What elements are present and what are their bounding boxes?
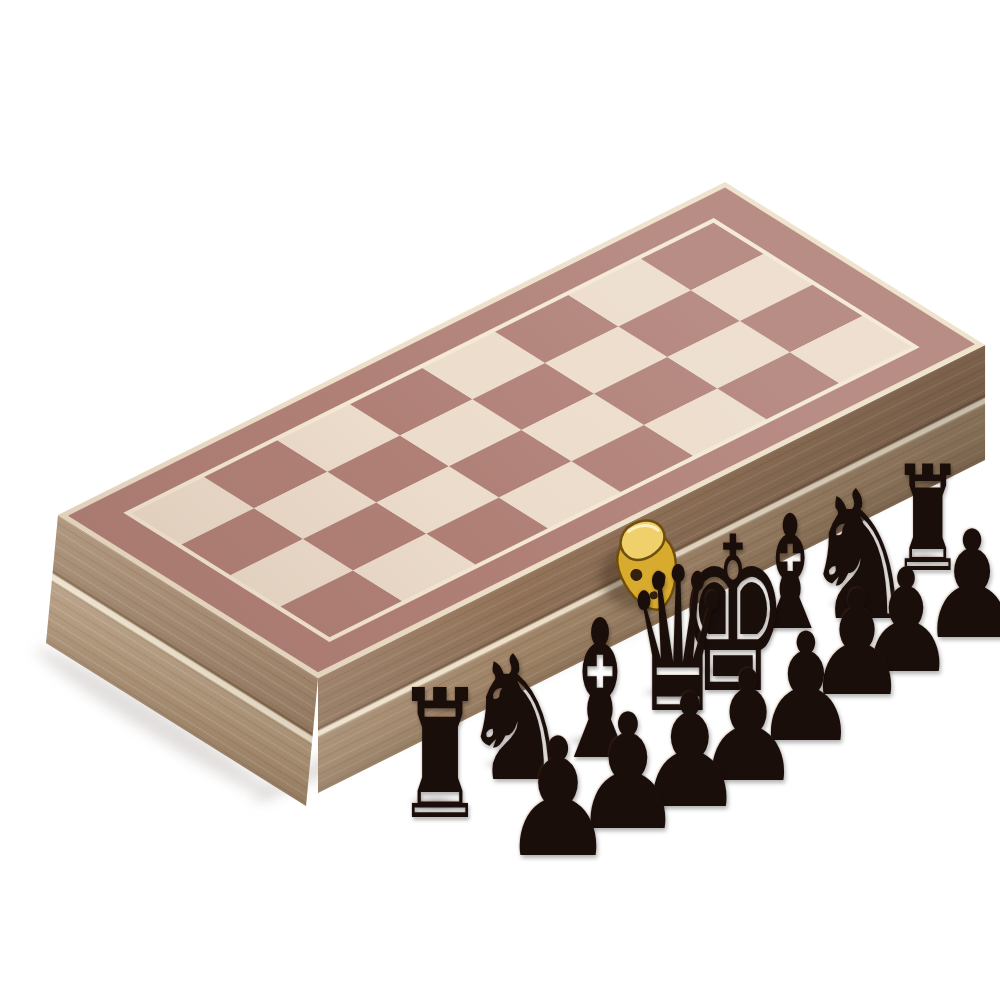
chess-piece-pawn: ♟ [484,717,631,881]
piece-glyph: ♟ [501,717,616,881]
piece-glyph: ♜ [395,667,484,845]
product-photo-stage: ♜♞♝♛♚♝♞♜♟♟♟♟♟♟♟♟ [0,0,1000,1000]
